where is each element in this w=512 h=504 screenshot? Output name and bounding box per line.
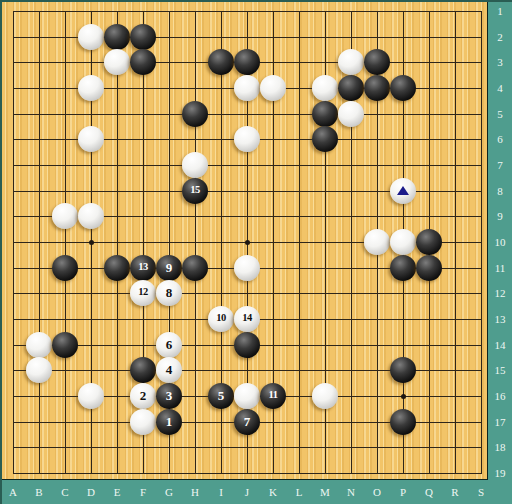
column-label-m: M [315,487,335,498]
white-stone-h7 [182,152,208,178]
white-stone-d16 [78,383,104,409]
row-label-11: 11 [488,263,512,274]
column-label-n: N [341,487,361,498]
white-stone-p10 [390,229,416,255]
row-label-6: 6 [488,134,512,145]
black-stone-m5 [312,101,338,127]
move-number-label: 8 [166,286,173,300]
move-number-label: 6 [166,338,173,352]
black-stone-j17: 7 [234,409,260,435]
black-stone-c11 [52,255,78,281]
white-stone-f16: 2 [130,383,156,409]
star-point [401,394,406,399]
move-number-label: 7 [244,415,251,429]
black-stone-g17: 1 [156,409,182,435]
white-stone-e3 [104,49,130,75]
white-stone-d6 [78,126,104,152]
black-stone-p4 [390,75,416,101]
white-stone-d9 [78,203,104,229]
row-label-12: 12 [488,288,512,299]
row-label-14: 14 [488,340,512,351]
column-label-a: A [3,487,23,498]
grid-horizontal-line [13,114,482,115]
black-stone-n4 [338,75,364,101]
black-stone-i3 [208,49,234,75]
white-stone-m4 [312,75,338,101]
move-number-label: 1 [166,415,173,429]
black-stone-o4 [364,75,390,101]
white-stone-p8 [390,178,416,204]
column-label-o: O [367,487,387,498]
row-label-18: 18 [488,442,512,453]
white-stone-j13: 14 [234,306,260,332]
move-number-label: 14 [242,313,252,325]
white-stone-k4 [260,75,286,101]
row-label-1: 1 [488,6,512,17]
star-point [245,240,250,245]
row-label-16: 16 [488,391,512,402]
white-stone-b14 [26,332,52,358]
white-stone-f12: 12 [130,280,156,306]
column-label-q: Q [419,487,439,498]
white-stone-o10 [364,229,390,255]
white-stone-j11 [234,255,260,281]
move-number-label: 13 [138,262,148,274]
white-stone-j4 [234,75,260,101]
black-stone-q11 [416,255,442,281]
black-stone-g16: 3 [156,383,182,409]
black-stone-j3 [234,49,260,75]
black-stone-h5 [182,101,208,127]
grid-horizontal-line [13,293,482,294]
white-stone-c9 [52,203,78,229]
column-label-d: D [81,487,101,498]
white-stone-i13: 10 [208,306,234,332]
white-stone-m16 [312,383,338,409]
white-stone-n5 [338,101,364,127]
move-number-label: 3 [166,389,173,403]
column-label-b: B [29,487,49,498]
black-stone-f11: 13 [130,255,156,281]
move-number-label: 10 [216,313,226,325]
black-stone-f3 [130,49,156,75]
black-stone-q10 [416,229,442,255]
column-label-g: G [159,487,179,498]
black-stone-p15 [390,357,416,383]
grid-horizontal-line [13,165,482,166]
move-number-label: 9 [166,261,173,275]
row-label-5: 5 [488,109,512,120]
column-label-c: C [55,487,75,498]
column-label-p: P [393,487,413,498]
white-stone-g15: 4 [156,357,182,383]
go-board-diagram: 151391281014642351117ABCDEFGHIJKLMNOPQRS… [0,0,512,504]
black-stone-h8: 15 [182,178,208,204]
black-stone-m6 [312,126,338,152]
column-label-h: H [185,487,205,498]
column-label-e: E [107,487,127,498]
white-stone-d2 [78,24,104,50]
row-label-4: 4 [488,83,512,94]
row-label-19: 19 [488,468,512,479]
black-stone-i16: 5 [208,383,234,409]
column-label-i: I [211,487,231,498]
white-stone-b15 [26,357,52,383]
black-stone-p17 [390,409,416,435]
white-stone-g14: 6 [156,332,182,358]
black-stone-k16: 11 [260,383,286,409]
move-number-label: 2 [140,389,147,403]
column-label-j: J [237,487,257,498]
move-number-label: 15 [190,185,200,197]
white-stone-j6 [234,126,260,152]
black-stone-o3 [364,49,390,75]
grid-horizontal-line [13,11,482,12]
row-label-17: 17 [488,417,512,428]
column-label-k: K [263,487,283,498]
row-label-13: 13 [488,314,512,325]
row-label-10: 10 [488,237,512,248]
column-label-s: S [471,487,491,498]
black-stone-f15 [130,357,156,383]
move-number-label: 4 [166,363,173,377]
black-stone-c14 [52,332,78,358]
board-left-edge [0,0,2,504]
star-point [89,240,94,245]
black-stone-p11 [390,255,416,281]
column-label-r: R [445,487,465,498]
column-label-f: F [133,487,153,498]
black-stone-f2 [130,24,156,50]
row-label-2: 2 [488,32,512,43]
grid-horizontal-line [13,447,482,448]
move-number-label: 12 [138,287,148,299]
move-number-label: 5 [218,389,225,403]
black-stone-h11 [182,255,208,281]
white-stone-j16 [234,383,260,409]
move-number-label: 11 [269,390,278,402]
row-label-3: 3 [488,57,512,68]
white-stone-n3 [338,49,364,75]
column-label-l: L [289,487,309,498]
black-stone-e11 [104,255,130,281]
white-stone-d4 [78,75,104,101]
black-stone-j14 [234,332,260,358]
black-stone-g11: 9 [156,255,182,281]
row-label-7: 7 [488,160,512,171]
board-top-edge [0,0,512,2]
white-stone-g12: 8 [156,280,182,306]
row-label-9: 9 [488,211,512,222]
row-label-15: 15 [488,365,512,376]
grid-horizontal-line [13,473,482,474]
black-stone-e2 [104,24,130,50]
triangle-mark-icon [397,186,409,195]
white-stone-f17 [130,409,156,435]
row-label-8: 8 [488,186,512,197]
